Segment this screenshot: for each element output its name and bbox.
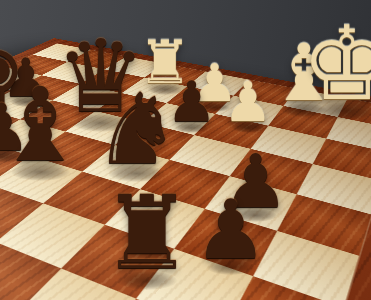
- piece-dark-pawn[interactable]: ♟: [194, 189, 268, 271]
- piece-dark-knight[interactable]: ♞: [93, 79, 181, 177]
- pieces-layer: ♚♟♟♝♛♞♟♜♟♟♜♟♟♝♚: [0, 0, 371, 300]
- piece-white-pawn[interactable]: ♟: [223, 75, 272, 130]
- chess-photo-scene: ♚♟♟♝♛♞♟♜♟♟♜♟♟♝♚: [0, 0, 371, 300]
- piece-dark-rook[interactable]: ♜: [101, 182, 192, 284]
- piece-dark-bishop[interactable]: ♝: [0, 74, 86, 176]
- piece-white-king[interactable]: ♚: [301, 13, 371, 115]
